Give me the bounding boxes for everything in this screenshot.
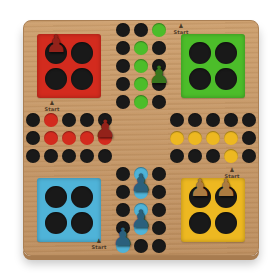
track-cell-red[interactable] — [44, 131, 58, 145]
track-cell-yellow[interactable] — [206, 131, 220, 145]
track-cell-red[interactable] — [44, 113, 58, 127]
track-cell[interactable] — [188, 149, 202, 163]
track-cell-green[interactable] — [134, 41, 148, 55]
home-circle-blue[interactable] — [45, 212, 67, 234]
home-circle-red[interactable] — [71, 42, 93, 64]
pawn-red[interactable]: ♟ — [45, 32, 67, 56]
track-cell[interactable] — [62, 149, 76, 163]
pawn-blue[interactable]: ♟ — [130, 171, 152, 195]
track-cell[interactable] — [206, 149, 220, 163]
track-cell-yellow[interactable] — [188, 131, 202, 145]
track-cell[interactable] — [170, 149, 184, 163]
track-cell-yellow[interactable] — [224, 149, 238, 163]
track-cell[interactable] — [116, 185, 130, 199]
track-cell[interactable] — [152, 185, 166, 199]
ludo-board: ♟Start♟Start♟Start♟Start♟♟♟♟♟♟♟♟ — [23, 20, 259, 256]
start-label-blue: ♟Start — [86, 238, 112, 250]
track-cell[interactable] — [152, 239, 166, 253]
track-cell[interactable] — [152, 221, 166, 235]
home-square-blue — [37, 178, 101, 242]
track-cell[interactable] — [116, 95, 130, 109]
home-circle-green[interactable] — [215, 68, 237, 90]
start-label-text: Start — [173, 29, 188, 35]
track-cell-green[interactable] — [152, 23, 166, 37]
home-circle-blue[interactable] — [71, 186, 93, 208]
track-cell[interactable] — [152, 167, 166, 181]
home-circle-green[interactable] — [189, 68, 211, 90]
track-cell[interactable] — [242, 113, 256, 127]
track-cell[interactable] — [26, 149, 40, 163]
track-cell[interactable] — [116, 203, 130, 217]
track-cell[interactable] — [206, 113, 220, 127]
track-cell[interactable] — [242, 131, 256, 145]
home-circle-blue[interactable] — [71, 212, 93, 234]
track-cell[interactable] — [170, 113, 184, 127]
track-cell[interactable] — [134, 239, 148, 253]
pawn-green[interactable]: ♟ — [148, 63, 170, 87]
track-cell[interactable] — [80, 149, 94, 163]
track-cell[interactable] — [116, 77, 130, 91]
home-circle-green[interactable] — [215, 42, 237, 64]
home-circle-green[interactable] — [189, 42, 211, 64]
track-cell[interactable] — [98, 149, 112, 163]
home-circle-yellow[interactable] — [189, 212, 211, 234]
track-cell[interactable] — [26, 131, 40, 145]
start-label-red: ♟Start — [39, 100, 65, 112]
track-cell[interactable] — [134, 23, 148, 37]
track-cell[interactable] — [116, 59, 130, 73]
track-cell[interactable] — [116, 41, 130, 55]
track-cell[interactable] — [116, 167, 130, 181]
track-cell[interactable] — [152, 95, 166, 109]
home-circle-red[interactable] — [45, 68, 67, 90]
start-label-green: ♟Start — [168, 23, 194, 35]
home-circle-yellow[interactable] — [215, 212, 237, 234]
track-cell[interactable] — [152, 203, 166, 217]
start-label-text: Start — [44, 106, 59, 112]
track-cell[interactable] — [80, 113, 94, 127]
home-circle-red[interactable] — [71, 68, 93, 90]
track-cell[interactable] — [188, 113, 202, 127]
track-cell[interactable] — [62, 113, 76, 127]
track-cell-yellow[interactable] — [170, 131, 184, 145]
pawn-yellow[interactable]: ♟ — [189, 176, 211, 200]
home-circle-blue[interactable] — [45, 186, 67, 208]
track-cell-red[interactable] — [80, 131, 94, 145]
pawn-red[interactable]: ♟ — [94, 117, 116, 141]
pawn-yellow[interactable]: ♟ — [215, 176, 237, 200]
track-cell-green[interactable] — [134, 77, 148, 91]
track-cell-green[interactable] — [134, 95, 148, 109]
start-label-text: Start — [91, 244, 106, 250]
track-cell[interactable] — [44, 149, 58, 163]
track-cell[interactable] — [26, 113, 40, 127]
track-cell[interactable] — [224, 113, 238, 127]
track-cell-yellow[interactable] — [224, 131, 238, 145]
track-cell[interactable] — [242, 149, 256, 163]
pawn-blue[interactable]: ♟ — [112, 225, 134, 249]
track-cell-green[interactable] — [134, 59, 148, 73]
track-cell-red[interactable] — [62, 131, 76, 145]
track-cell[interactable] — [152, 41, 166, 55]
track-cell[interactable] — [116, 23, 130, 37]
photo-stage: ♟Start♟Start♟Start♟Start♟♟♟♟♟♟♟♟ — [0, 0, 280, 280]
home-square-green — [181, 34, 245, 98]
